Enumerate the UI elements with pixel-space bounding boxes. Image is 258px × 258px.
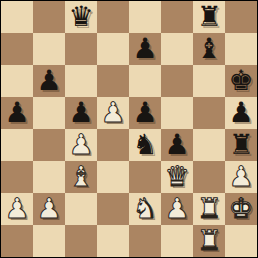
square-c6[interactable]: [65, 65, 97, 97]
chess-board-frame: ♛♜♟♝♟♚♟♟♟♟♟♟♞♟♜♝♛♟♟♟♞♟♜♚♜: [0, 0, 258, 258]
square-g4[interactable]: [193, 129, 225, 161]
square-g2[interactable]: ♜: [193, 193, 225, 225]
square-e1[interactable]: [129, 225, 161, 257]
square-d8[interactable]: [97, 1, 129, 33]
square-f3[interactable]: ♛: [161, 161, 193, 193]
square-c7[interactable]: [65, 33, 97, 65]
black-rook-h4[interactable]: ♜: [228, 129, 253, 161]
square-a2[interactable]: ♟: [1, 193, 33, 225]
square-d6[interactable]: [97, 65, 129, 97]
square-e3[interactable]: [129, 161, 161, 193]
square-a7[interactable]: [1, 33, 33, 65]
white-pawn-h3[interactable]: ♟: [228, 161, 253, 193]
square-e4[interactable]: ♞: [129, 129, 161, 161]
square-h4[interactable]: ♜: [225, 129, 257, 161]
square-a4[interactable]: [1, 129, 33, 161]
square-b5[interactable]: [33, 97, 65, 129]
square-d5[interactable]: ♟: [97, 97, 129, 129]
square-f8[interactable]: [161, 1, 193, 33]
white-knight-e2[interactable]: ♞: [132, 193, 157, 225]
black-knight-e4[interactable]: ♞: [132, 129, 157, 161]
square-a3[interactable]: [1, 161, 33, 193]
square-e7[interactable]: ♟: [129, 33, 161, 65]
square-h5[interactable]: ♟: [225, 97, 257, 129]
square-h2[interactable]: ♚: [225, 193, 257, 225]
white-pawn-c4[interactable]: ♟: [68, 129, 93, 161]
square-c4[interactable]: ♟: [65, 129, 97, 161]
white-pawn-f2[interactable]: ♟: [164, 193, 189, 225]
square-b6[interactable]: ♟: [33, 65, 65, 97]
square-e8[interactable]: [129, 1, 161, 33]
square-f2[interactable]: ♟: [161, 193, 193, 225]
square-h1[interactable]: [225, 225, 257, 257]
square-e5[interactable]: ♟: [129, 97, 161, 129]
square-g7[interactable]: ♝: [193, 33, 225, 65]
white-pawn-a2[interactable]: ♟: [4, 193, 29, 225]
square-d3[interactable]: [97, 161, 129, 193]
square-e6[interactable]: [129, 65, 161, 97]
black-bishop-g7[interactable]: ♝: [196, 33, 221, 65]
chess-board: ♛♜♟♝♟♚♟♟♟♟♟♟♞♟♜♝♛♟♟♟♞♟♜♚♜: [1, 1, 257, 257]
black-pawn-c5[interactable]: ♟: [68, 97, 93, 129]
square-d4[interactable]: [97, 129, 129, 161]
square-b2[interactable]: ♟: [33, 193, 65, 225]
white-queen-f3[interactable]: ♛: [164, 161, 189, 193]
square-g6[interactable]: [193, 65, 225, 97]
square-f4[interactable]: ♟: [161, 129, 193, 161]
square-c2[interactable]: [65, 193, 97, 225]
square-h6[interactable]: ♚: [225, 65, 257, 97]
white-king-h2[interactable]: ♚: [228, 193, 253, 225]
square-a8[interactable]: [1, 1, 33, 33]
square-d7[interactable]: [97, 33, 129, 65]
square-b1[interactable]: [33, 225, 65, 257]
square-g5[interactable]: [193, 97, 225, 129]
square-f7[interactable]: [161, 33, 193, 65]
black-rook-g8[interactable]: ♜: [196, 1, 221, 33]
black-pawn-f4[interactable]: ♟: [164, 129, 189, 161]
square-c5[interactable]: ♟: [65, 97, 97, 129]
square-c8[interactable]: ♛: [65, 1, 97, 33]
white-rook-g1[interactable]: ♜: [196, 225, 221, 257]
black-pawn-b6[interactable]: ♟: [36, 65, 61, 97]
square-b8[interactable]: [33, 1, 65, 33]
square-b4[interactable]: [33, 129, 65, 161]
square-b7[interactable]: [33, 33, 65, 65]
white-pawn-d5[interactable]: ♟: [100, 97, 125, 129]
square-f5[interactable]: [161, 97, 193, 129]
square-a5[interactable]: ♟: [1, 97, 33, 129]
square-a6[interactable]: [1, 65, 33, 97]
square-h3[interactable]: ♟: [225, 161, 257, 193]
square-h8[interactable]: [225, 1, 257, 33]
square-c1[interactable]: [65, 225, 97, 257]
white-bishop-c3[interactable]: ♝: [68, 161, 93, 193]
square-g8[interactable]: ♜: [193, 1, 225, 33]
square-b3[interactable]: [33, 161, 65, 193]
square-d1[interactable]: [97, 225, 129, 257]
square-g1[interactable]: ♜: [193, 225, 225, 257]
black-queen-c8[interactable]: ♛: [68, 1, 93, 33]
black-pawn-e7[interactable]: ♟: [132, 33, 157, 65]
black-pawn-h5[interactable]: ♟: [228, 97, 253, 129]
square-g3[interactable]: [193, 161, 225, 193]
square-h7[interactable]: [225, 33, 257, 65]
black-pawn-a5[interactable]: ♟: [4, 97, 29, 129]
white-rook-g2[interactable]: ♜: [196, 193, 221, 225]
square-f6[interactable]: [161, 65, 193, 97]
black-pawn-e5[interactable]: ♟: [132, 97, 157, 129]
square-e2[interactable]: ♞: [129, 193, 161, 225]
black-king-h6[interactable]: ♚: [228, 65, 253, 97]
square-c3[interactable]: ♝: [65, 161, 97, 193]
square-f1[interactable]: [161, 225, 193, 257]
square-a1[interactable]: [1, 225, 33, 257]
white-pawn-b2[interactable]: ♟: [36, 193, 61, 225]
square-d2[interactable]: [97, 193, 129, 225]
